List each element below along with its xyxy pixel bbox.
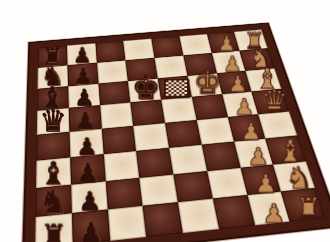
square-r1c7[interactable]: ♟ xyxy=(207,32,240,53)
square-r8c4[interactable] xyxy=(143,203,183,237)
square-r3c4[interactable]: ♚ xyxy=(128,78,161,102)
piece-light-king[interactable]: ♚ xyxy=(192,67,223,99)
board-grid: ♜♟♟♜♞♟♟♞♝♟♚♚♟♝♛♟♟♛♟♟♝♟♟♝♞♟♟♞♜♟♟♜ xyxy=(24,24,330,242)
piece-dark-king[interactable]: ♚ xyxy=(131,72,162,104)
piece-light-pawn[interactable]: ♟ xyxy=(234,119,267,143)
square-r3c3[interactable] xyxy=(98,81,131,106)
piece-dark-pawn[interactable]: ♟ xyxy=(70,135,103,159)
piece-dark-pawn[interactable]: ♟ xyxy=(71,161,106,186)
piece-light-pawn[interactable]: ♟ xyxy=(241,145,275,169)
piece-dark-queen[interactable]: ♛ xyxy=(37,106,69,137)
square-r8c1[interactable]: ♜ xyxy=(35,213,72,242)
square-r4c3[interactable] xyxy=(100,103,134,129)
square-r2c3[interactable] xyxy=(97,60,128,83)
piece-light-queen[interactable]: ♛ xyxy=(259,86,290,116)
square-r3c5[interactable] xyxy=(158,76,192,100)
square-r7c5[interactable] xyxy=(173,171,212,203)
square-r6c5[interactable] xyxy=(169,145,207,175)
square-r4c2[interactable]: ♟ xyxy=(69,105,102,131)
square-r1c4[interactable] xyxy=(123,39,154,61)
square-r6c3[interactable] xyxy=(103,151,139,181)
square-r2c2[interactable]: ♟ xyxy=(67,63,98,86)
square-r8c3[interactable] xyxy=(107,206,146,241)
piece-light-pawn[interactable]: ♟ xyxy=(255,201,291,227)
piece-light-pawn[interactable]: ♟ xyxy=(222,74,253,96)
piece-dark-rook[interactable]: ♜ xyxy=(35,220,72,242)
piece-dark-pawn[interactable]: ♟ xyxy=(69,110,101,133)
square-r1c3[interactable] xyxy=(95,41,125,63)
square-r6c4[interactable] xyxy=(136,148,173,178)
piece-light-rook[interactable]: ♜ xyxy=(291,194,327,224)
piece-dark-pawn[interactable]: ♟ xyxy=(73,220,110,242)
square-r5c4[interactable] xyxy=(133,123,169,151)
chess-illustration: ♜♟♟♜♞♟♟♞♝♟♚♚♟♝♛♟♟♛♟♟♝♟♟♝♞♟♟♞♜♟♟♜ xyxy=(0,0,330,242)
square-r3c6[interactable]: ♚ xyxy=(187,73,222,97)
square-r3c2[interactable]: ♟ xyxy=(68,83,100,108)
mini-chessboard xyxy=(164,79,189,98)
piece-light-pawn[interactable]: ♟ xyxy=(228,96,260,119)
square-r5c5[interactable] xyxy=(165,120,201,148)
piece-dark-pawn[interactable]: ♟ xyxy=(69,87,100,110)
piece-light-pawn[interactable]: ♟ xyxy=(248,172,283,197)
square-r1c2[interactable]: ♟ xyxy=(67,43,97,65)
piece-dark-pawn[interactable]: ♟ xyxy=(72,190,108,216)
square-r7c1[interactable]: ♞ xyxy=(36,184,72,217)
square-r4c1[interactable]: ♛ xyxy=(37,108,69,135)
square-r7c6[interactable] xyxy=(207,167,247,198)
square-r1c5[interactable] xyxy=(151,36,183,57)
square-r7c4[interactable] xyxy=(139,174,177,206)
piece-dark-knight[interactable]: ♞ xyxy=(36,187,72,219)
square-r7c3[interactable] xyxy=(105,178,143,210)
square-r4c5[interactable] xyxy=(161,97,196,123)
square-r5c3[interactable] xyxy=(101,126,136,154)
chess-board: ♜♟♟♜♞♟♟♞♝♟♚♚♟♝♛♟♟♛♟♟♝♟♟♝♞♟♟♞♜♟♟♜ xyxy=(24,24,330,242)
piece-light-knight[interactable]: ♞ xyxy=(282,163,317,194)
